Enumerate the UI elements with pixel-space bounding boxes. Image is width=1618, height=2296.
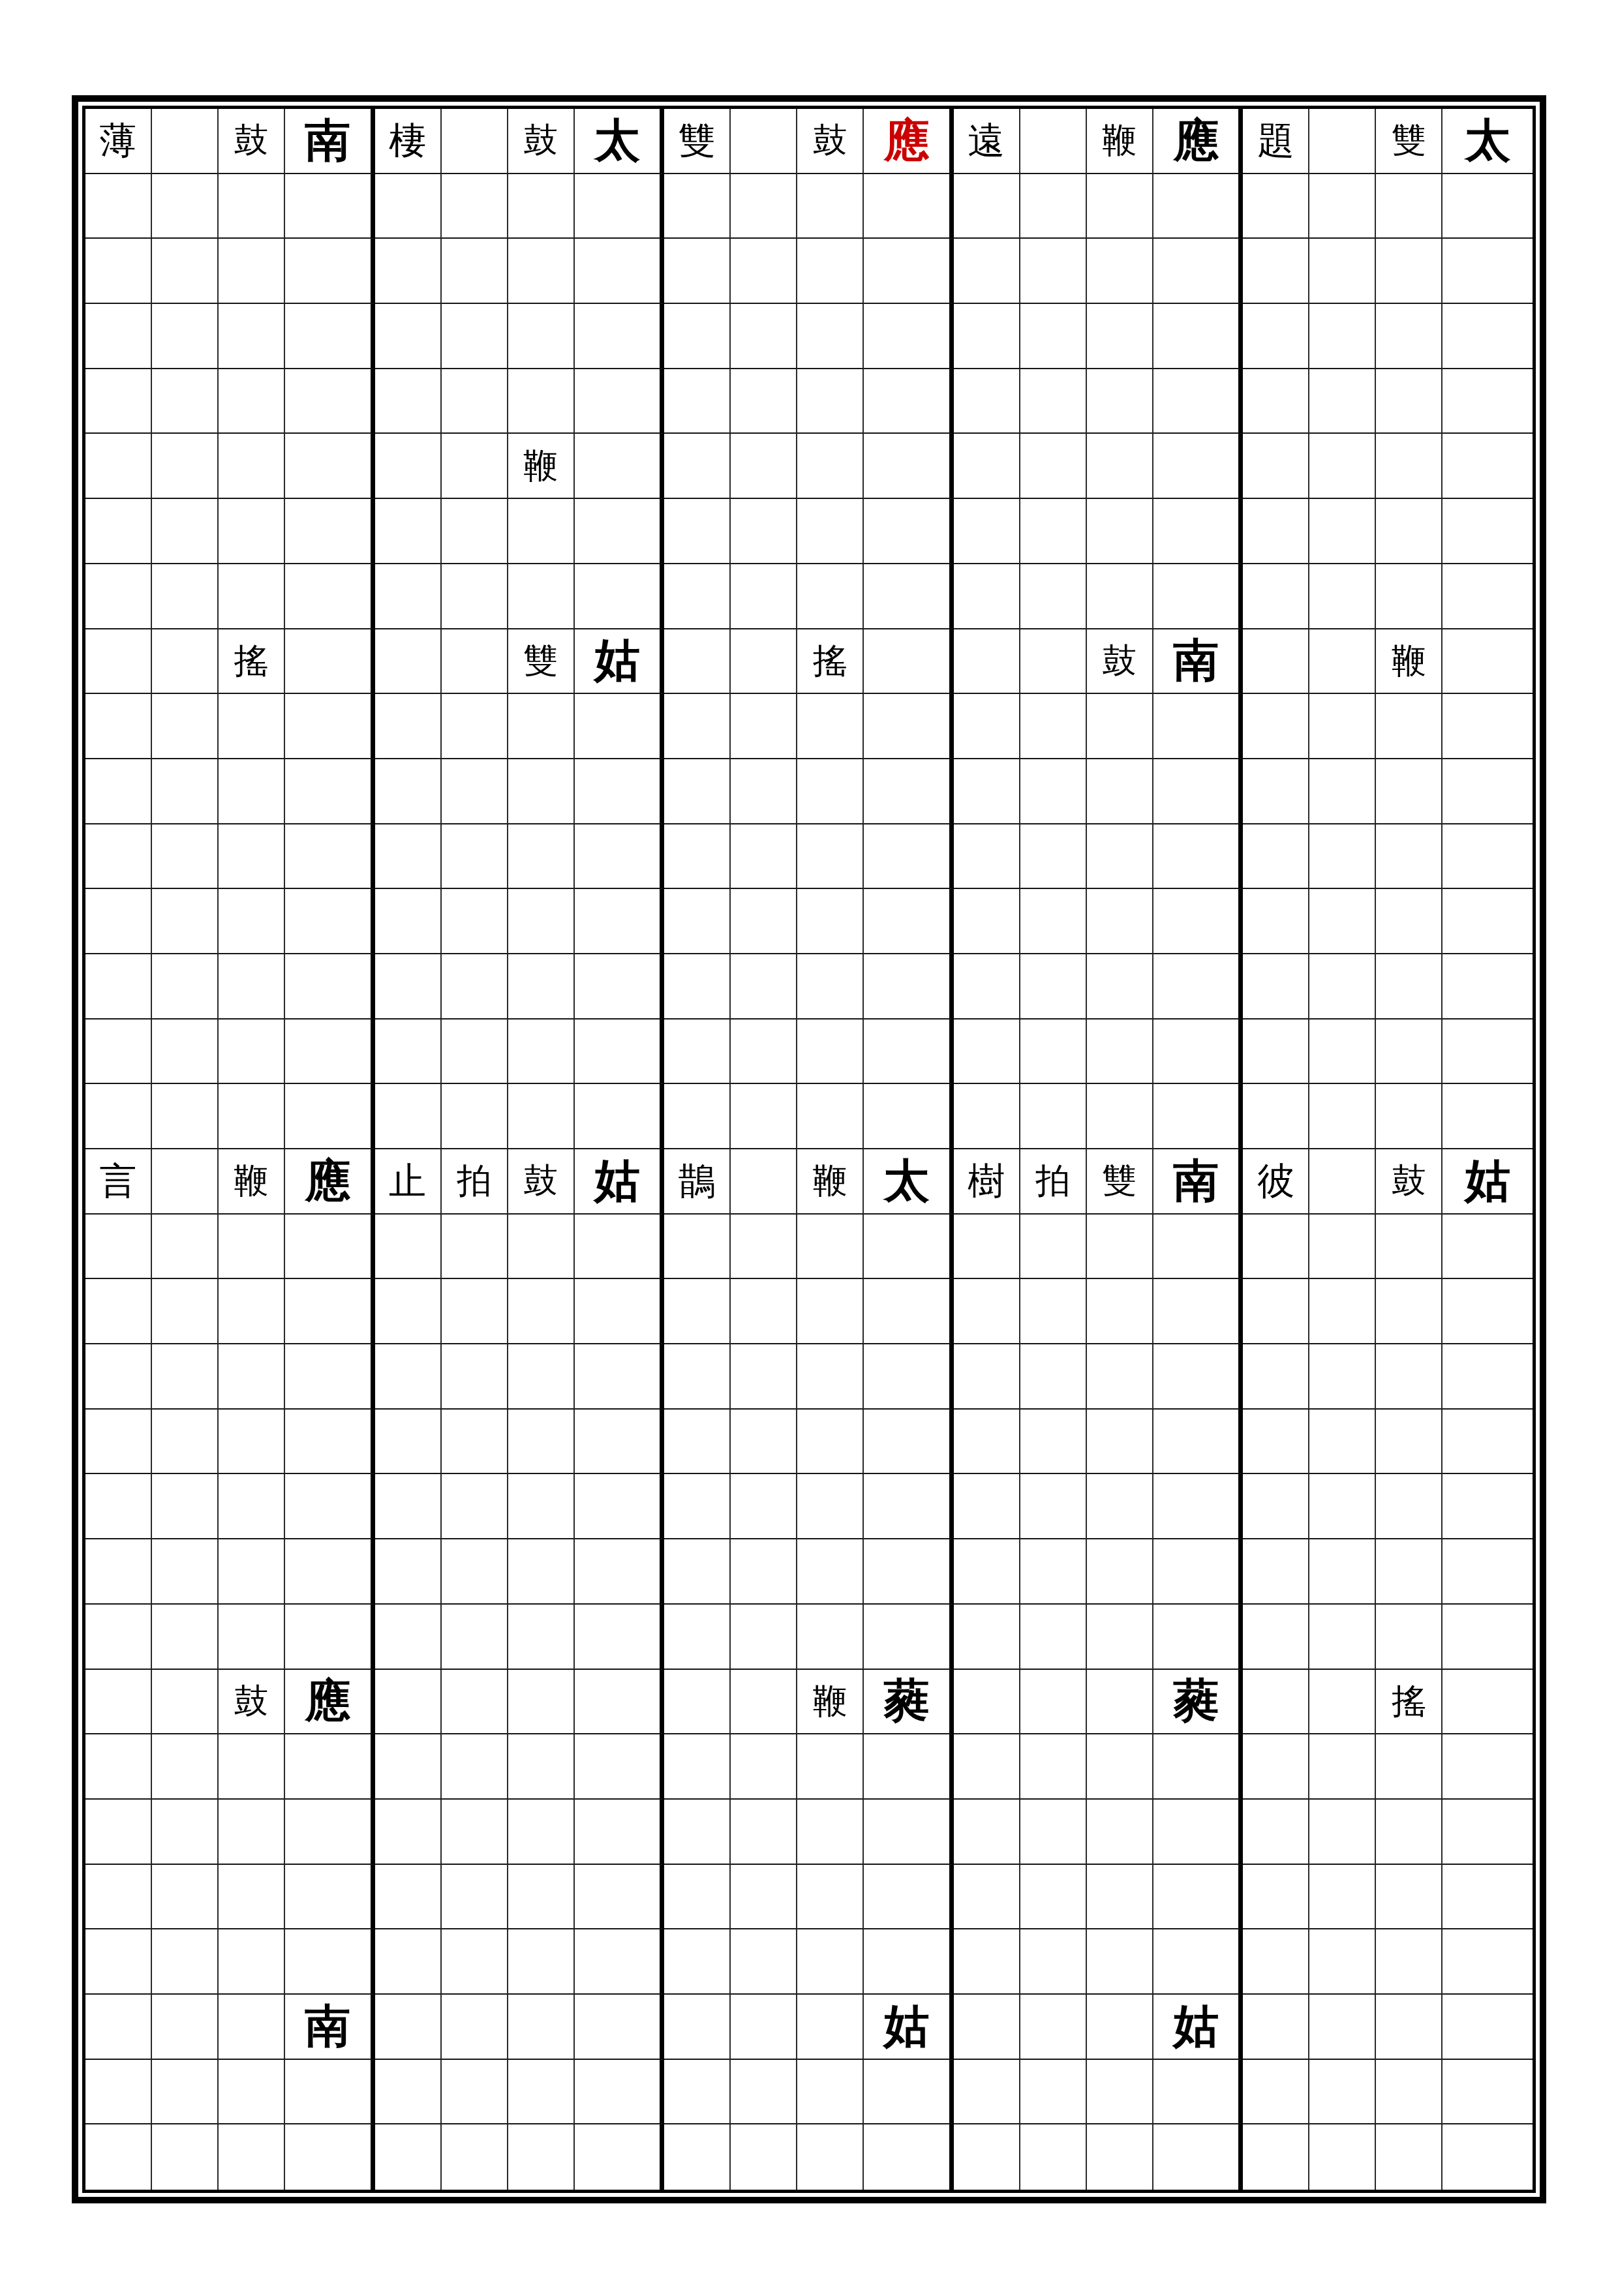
score-cell-r5-D1 — [954, 369, 1020, 434]
score-cell-r30-E3 — [1376, 1995, 1442, 2060]
score-cell-r25-A1 — [85, 1670, 152, 1735]
score-cell-r7-C3 — [797, 499, 864, 564]
score-cell-r3-E3 — [1376, 239, 1442, 304]
score-cell-r24-E2 — [1309, 1605, 1376, 1670]
score-cell-r15-E1 — [1243, 1020, 1309, 1085]
score-cell-r15-C4 — [864, 1020, 954, 1085]
score-cell-r7-D1 — [954, 499, 1020, 564]
score-cell-r5-C3 — [797, 369, 864, 434]
score-cell-r6-C1 — [664, 434, 731, 499]
score-cell-r8-B2 — [442, 564, 508, 629]
score-cell-r15-E4 — [1442, 1020, 1533, 1085]
score-cell-r28-C4 — [864, 1865, 954, 1930]
score-cell-r1-A2 — [152, 109, 219, 174]
score-cell-r13-D2 — [1020, 889, 1087, 954]
score-cell-r13-B2 — [442, 889, 508, 954]
score-cell-r22-E2 — [1309, 1474, 1376, 1539]
score-cell-r30-B4 — [575, 1995, 665, 2060]
score-cell-r30-A3 — [219, 1995, 285, 2060]
score-cell-r20-C4 — [864, 1344, 954, 1410]
score-cell-r4-A1 — [85, 304, 152, 369]
score-cell-r3-E4 — [1442, 239, 1533, 304]
score-cell-r8-E2 — [1309, 564, 1376, 629]
score-cell-r11-E1 — [1243, 759, 1309, 824]
score-cell-r19-E1 — [1243, 1279, 1309, 1344]
score-cell-r30-A4: 南 — [285, 1995, 375, 2060]
lyric-char-r1-D1: 遠 — [968, 122, 1005, 159]
score-cell-r26-B3 — [508, 1734, 575, 1800]
score-cell-r20-B4 — [575, 1344, 665, 1410]
score-cell-r18-C2 — [731, 1215, 797, 1280]
score-cell-r15-D4 — [1153, 1020, 1244, 1085]
score-cell-r3-B1 — [375, 239, 442, 304]
score-cell-r16-C1 — [664, 1084, 731, 1149]
percussion-mark-r17-A3: 鞭 — [234, 1164, 269, 1198]
score-cell-r30-D1 — [954, 1995, 1020, 2060]
score-cell-r3-E2 — [1309, 239, 1376, 304]
score-cell-r22-A1 — [85, 1474, 152, 1539]
score-cell-r8-C4 — [864, 564, 954, 629]
score-cell-r25-E4 — [1442, 1670, 1533, 1735]
pitch-name-r17-B4: 姑 — [594, 1158, 640, 1204]
score-cell-r16-D4 — [1153, 1084, 1244, 1149]
score-cell-r32-E4 — [1442, 2124, 1533, 2190]
score-cell-r26-C2 — [731, 1734, 797, 1800]
score-cell-r17-B4: 姑 — [575, 1149, 665, 1215]
score-cell-r1-E3: 雙 — [1376, 109, 1442, 174]
score-cell-r32-C4 — [864, 2124, 954, 2190]
score-cell-r27-E3 — [1376, 1800, 1442, 1865]
score-cell-r27-A2 — [152, 1800, 219, 1865]
pitch-name-r25-C4: 蕤 — [884, 1678, 930, 1724]
score-cell-r32-C3 — [797, 2124, 864, 2190]
score-cell-r1-B3: 鼓 — [508, 109, 575, 174]
score-cell-r1-D1: 遠 — [954, 109, 1020, 174]
score-cell-r11-A2 — [152, 759, 219, 824]
score-cell-r27-C3 — [797, 1800, 864, 1865]
score-cell-r28-B4 — [575, 1865, 665, 1930]
score-cell-r16-C2 — [731, 1084, 797, 1149]
score-cell-r32-A1 — [85, 2124, 152, 2190]
score-cell-r22-B1 — [375, 1474, 442, 1539]
score-cell-r5-B1 — [375, 369, 442, 434]
score-cell-r4-D2 — [1020, 304, 1087, 369]
score-cell-r27-B2 — [442, 1800, 508, 1865]
score-cell-r5-E1 — [1243, 369, 1309, 434]
score-cell-r11-B3 — [508, 759, 575, 824]
score-cell-r26-A4 — [285, 1734, 375, 1800]
score-cell-r12-B4 — [575, 824, 665, 890]
score-cell-r20-A1 — [85, 1344, 152, 1410]
score-cell-r23-C1 — [664, 1539, 731, 1605]
percussion-mark-r9-D3: 鼓 — [1102, 644, 1137, 678]
score-cell-r3-D2 — [1020, 239, 1087, 304]
score-cell-r15-A1 — [85, 1020, 152, 1085]
score-cell-r30-B1 — [375, 1995, 442, 2060]
score-cell-r26-C3 — [797, 1734, 864, 1800]
score-cell-r28-B3 — [508, 1865, 575, 1930]
pitch-name-r17-E4: 姑 — [1465, 1158, 1510, 1204]
score-cell-r29-C1 — [664, 1929, 731, 1995]
score-cell-r6-B4 — [575, 434, 665, 499]
percussion-mark-r1-B3: 鼓 — [523, 123, 558, 158]
score-cell-r4-B3 — [508, 304, 575, 369]
score-cell-r10-C3 — [797, 694, 864, 759]
score-cell-r14-E2 — [1309, 954, 1376, 1020]
score-cell-r7-B1 — [375, 499, 442, 564]
score-cell-r32-A4 — [285, 2124, 375, 2190]
score-cell-r31-E4 — [1442, 2060, 1533, 2125]
score-cell-r24-C3 — [797, 1605, 864, 1670]
score-cell-r10-C4 — [864, 694, 954, 759]
score-cell-r5-C1 — [664, 369, 731, 434]
score-cell-r9-A2 — [152, 629, 219, 695]
score-cell-r4-D1 — [954, 304, 1020, 369]
score-cell-r30-B3 — [508, 1995, 575, 2060]
score-cell-r10-D1 — [954, 694, 1020, 759]
score-cell-r10-D2 — [1020, 694, 1087, 759]
score-cell-r32-B1 — [375, 2124, 442, 2190]
score-cell-r23-D1 — [954, 1539, 1020, 1605]
score-cell-r31-E3 — [1376, 2060, 1442, 2125]
score-cell-r32-A2 — [152, 2124, 219, 2190]
score-cell-r2-D2 — [1020, 174, 1087, 239]
score-cell-r14-C1 — [664, 954, 731, 1020]
percussion-mark-r1-E3: 雙 — [1392, 123, 1426, 158]
score-cell-r4-C2 — [731, 304, 797, 369]
score-cell-r15-A4 — [285, 1020, 375, 1085]
score-cell-r22-A4 — [285, 1474, 375, 1539]
score-cell-r25-D1 — [954, 1670, 1020, 1735]
score-cell-r13-C4 — [864, 889, 954, 954]
score-cell-r2-E1 — [1243, 174, 1309, 239]
score-cell-r8-A2 — [152, 564, 219, 629]
score-cell-r20-D1 — [954, 1344, 1020, 1410]
score-cell-r13-E3 — [1376, 889, 1442, 954]
score-cell-r11-B1 — [375, 759, 442, 824]
score-cell-r23-E4 — [1442, 1539, 1533, 1605]
score-cell-r16-E3 — [1376, 1084, 1442, 1149]
score-cell-r26-E1 — [1243, 1734, 1309, 1800]
score-cell-r21-E3 — [1376, 1410, 1442, 1475]
score-cell-r2-D4 — [1153, 174, 1244, 239]
pitch-name-r9-D4: 南 — [1173, 638, 1219, 684]
score-cell-r24-E1 — [1243, 1605, 1309, 1670]
score-cell-r23-B4 — [575, 1539, 665, 1605]
score-cell-r20-A3 — [219, 1344, 285, 1410]
score-cell-r26-B4 — [575, 1734, 665, 1800]
score-cell-r3-B4 — [575, 239, 665, 304]
score-cell-r25-B2 — [442, 1670, 508, 1735]
score-cell-r6-C4 — [864, 434, 954, 499]
score-cell-r14-B4 — [575, 954, 665, 1020]
score-cell-r29-D2 — [1020, 1929, 1087, 1995]
score-cell-r31-E2 — [1309, 2060, 1376, 2125]
score-cell-r21-B3 — [508, 1410, 575, 1475]
score-cell-r14-D2 — [1020, 954, 1087, 1020]
score-cell-r28-A4 — [285, 1865, 375, 1930]
score-cell-r12-C3 — [797, 824, 864, 890]
score-cell-r21-B1 — [375, 1410, 442, 1475]
score-cell-r23-A1 — [85, 1539, 152, 1605]
score-cell-r20-B1 — [375, 1344, 442, 1410]
score-cell-r6-E4 — [1442, 434, 1533, 499]
score-cell-r1-D3: 鞭 — [1087, 109, 1153, 174]
score-cell-r9-E2 — [1309, 629, 1376, 695]
score-cell-r7-E3 — [1376, 499, 1442, 564]
score-cell-r12-C1 — [664, 824, 731, 890]
score-cell-r4-D3 — [1087, 304, 1153, 369]
score-cell-r2-D1 — [954, 174, 1020, 239]
score-cell-r2-B3 — [508, 174, 575, 239]
score-cell-r21-B2 — [442, 1410, 508, 1475]
score-cell-r18-D4 — [1153, 1215, 1244, 1280]
score-cell-r21-E2 — [1309, 1410, 1376, 1475]
score-cell-r31-D1 — [954, 2060, 1020, 2125]
score-cell-r19-C3 — [797, 1279, 864, 1344]
lyric-char-r17-B1: 止 — [389, 1162, 426, 1200]
score-cell-r25-C2 — [731, 1670, 797, 1735]
score-cell-r15-B1 — [375, 1020, 442, 1085]
score-cell-r29-A1 — [85, 1929, 152, 1995]
score-cell-r12-A3 — [219, 824, 285, 890]
score-cell-r5-A3 — [219, 369, 285, 434]
score-cell-r28-D4 — [1153, 1865, 1244, 1930]
score-cell-r27-E4 — [1442, 1800, 1533, 1865]
score-cell-r12-C4 — [864, 824, 954, 890]
page-inner-frame: 薄鼓南棲鼓太雙鼓應遠鞭應題雙太鞭搖雙姑搖鼓南鞭言鞭應止拍鼓姑鵲鞭太樹拍雙南彼鼓姑… — [82, 106, 1536, 2193]
score-cell-r19-B3 — [508, 1279, 575, 1344]
score-cell-r8-C3 — [797, 564, 864, 629]
score-cell-r1-C2 — [731, 109, 797, 174]
score-cell-r22-B3 — [508, 1474, 575, 1539]
score-grid: 薄鼓南棲鼓太雙鼓應遠鞭應題雙太鞭搖雙姑搖鼓南鞭言鞭應止拍鼓姑鵲鞭太樹拍雙南彼鼓姑… — [85, 109, 1533, 2190]
score-cell-r12-E1 — [1243, 824, 1309, 890]
score-cell-r13-E1 — [1243, 889, 1309, 954]
score-cell-r30-A1 — [85, 1995, 152, 2060]
score-cell-r27-A3 — [219, 1800, 285, 1865]
score-cell-r23-B2 — [442, 1539, 508, 1605]
score-cell-r16-A1 — [85, 1084, 152, 1149]
score-cell-r22-E4 — [1442, 1474, 1533, 1539]
score-cell-r25-B4 — [575, 1670, 665, 1735]
score-cell-r11-B2 — [442, 759, 508, 824]
score-cell-r20-D3 — [1087, 1344, 1153, 1410]
score-cell-r5-E2 — [1309, 369, 1376, 434]
score-cell-r32-D3 — [1087, 2124, 1153, 2190]
score-cell-r1-C4: 應 — [864, 109, 954, 174]
score-cell-r20-D2 — [1020, 1344, 1087, 1410]
score-cell-r11-E4 — [1442, 759, 1533, 824]
score-cell-r32-A3 — [219, 2124, 285, 2190]
score-cell-r10-A2 — [152, 694, 219, 759]
score-cell-r23-D2 — [1020, 1539, 1087, 1605]
score-cell-r6-C3 — [797, 434, 864, 499]
score-cell-r3-C4 — [864, 239, 954, 304]
score-cell-r15-B4 — [575, 1020, 665, 1085]
percussion-mark-r17-C3: 鞭 — [813, 1164, 847, 1198]
score-cell-r31-A3 — [219, 2060, 285, 2125]
score-cell-r17-C1: 鵲 — [664, 1149, 731, 1215]
score-cell-r19-B1 — [375, 1279, 442, 1344]
score-cell-r26-D2 — [1020, 1734, 1087, 1800]
score-cell-r31-A2 — [152, 2060, 219, 2125]
score-cell-r30-B2 — [442, 1995, 508, 2060]
pitch-name-r1-E4: 太 — [1465, 118, 1510, 164]
score-cell-r19-D3 — [1087, 1279, 1153, 1344]
score-cell-r1-A1: 薄 — [85, 109, 152, 174]
score-cell-r24-C2 — [731, 1605, 797, 1670]
score-cell-r20-D4 — [1153, 1344, 1244, 1410]
score-cell-r10-D4 — [1153, 694, 1244, 759]
score-cell-r28-A2 — [152, 1865, 219, 1930]
score-cell-r8-B1 — [375, 564, 442, 629]
percussion-mark-r9-A3: 搖 — [234, 644, 269, 678]
score-cell-r4-B4 — [575, 304, 665, 369]
score-cell-r8-D1 — [954, 564, 1020, 629]
score-cell-r26-A3 — [219, 1734, 285, 1800]
score-cell-r23-E2 — [1309, 1539, 1376, 1605]
score-cell-r17-A2 — [152, 1149, 219, 1215]
score-cell-r20-E3 — [1376, 1344, 1442, 1410]
score-cell-r6-C2 — [731, 434, 797, 499]
score-cell-r5-C2 — [731, 369, 797, 434]
score-cell-r19-B2 — [442, 1279, 508, 1344]
score-cell-r22-E1 — [1243, 1474, 1309, 1539]
score-cell-r7-C1 — [664, 499, 731, 564]
score-cell-r28-A1 — [85, 1865, 152, 1930]
score-cell-r21-E4 — [1442, 1410, 1533, 1475]
score-cell-r26-E2 — [1309, 1734, 1376, 1800]
score-cell-r28-E1 — [1243, 1865, 1309, 1930]
score-cell-r7-C2 — [731, 499, 797, 564]
score-cell-r15-E2 — [1309, 1020, 1376, 1085]
score-cell-r10-C2 — [731, 694, 797, 759]
score-cell-r3-D1 — [954, 239, 1020, 304]
score-cell-r27-D2 — [1020, 1800, 1087, 1865]
score-cell-r18-D1 — [954, 1215, 1020, 1280]
score-cell-r31-D4 — [1153, 2060, 1244, 2125]
score-cell-r12-E4 — [1442, 824, 1533, 890]
score-cell-r14-C2 — [731, 954, 797, 1020]
score-cell-r19-E2 — [1309, 1279, 1376, 1344]
score-cell-r31-B2 — [442, 2060, 508, 2125]
score-cell-r13-D3 — [1087, 889, 1153, 954]
score-cell-r11-E2 — [1309, 759, 1376, 824]
score-cell-r2-E4 — [1442, 174, 1533, 239]
score-cell-r10-A1 — [85, 694, 152, 759]
score-cell-r24-A2 — [152, 1605, 219, 1670]
score-cell-r22-B2 — [442, 1474, 508, 1539]
score-cell-r23-C2 — [731, 1539, 797, 1605]
score-cell-r6-D1 — [954, 434, 1020, 499]
score-cell-r32-E3 — [1376, 2124, 1442, 2190]
score-cell-r13-A2 — [152, 889, 219, 954]
score-cell-r6-E1 — [1243, 434, 1309, 499]
pitch-name-r25-A4: 應 — [305, 1678, 350, 1724]
score-cell-r5-B2 — [442, 369, 508, 434]
score-cell-r2-E3 — [1376, 174, 1442, 239]
score-cell-r4-A2 — [152, 304, 219, 369]
score-cell-r30-E1 — [1243, 1995, 1309, 2060]
score-cell-r27-D3 — [1087, 1800, 1153, 1865]
score-cell-r10-A4 — [285, 694, 375, 759]
score-cell-r21-E1 — [1243, 1410, 1309, 1475]
score-cell-r11-C3 — [797, 759, 864, 824]
score-cell-r12-B2 — [442, 824, 508, 890]
score-cell-r5-A4 — [285, 369, 375, 434]
score-cell-r17-E3: 鼓 — [1376, 1149, 1442, 1215]
score-cell-r24-A1 — [85, 1605, 152, 1670]
score-cell-r17-D3: 雙 — [1087, 1149, 1153, 1215]
score-cell-r29-C2 — [731, 1929, 797, 1995]
score-cell-r18-D2 — [1020, 1215, 1087, 1280]
score-cell-r31-D2 — [1020, 2060, 1087, 2125]
score-cell-r25-B3 — [508, 1670, 575, 1735]
percussion-mark-r1-A3: 鼓 — [234, 123, 269, 158]
score-cell-r5-D3 — [1087, 369, 1153, 434]
percussion-mark-r9-E3: 鞭 — [1392, 644, 1426, 678]
score-cell-r31-B1 — [375, 2060, 442, 2125]
score-cell-r5-E3 — [1376, 369, 1442, 434]
score-cell-r26-D3 — [1087, 1734, 1153, 1800]
score-cell-r9-B3: 雙 — [508, 629, 575, 695]
score-cell-r8-C1 — [664, 564, 731, 629]
score-cell-r9-E1 — [1243, 629, 1309, 695]
score-cell-r29-E3 — [1376, 1929, 1442, 1995]
score-cell-r13-A1 — [85, 889, 152, 954]
score-cell-r29-E4 — [1442, 1929, 1533, 1995]
score-cell-r5-B3 — [508, 369, 575, 434]
score-cell-r17-D2: 拍 — [1020, 1149, 1087, 1215]
score-cell-r19-E3 — [1376, 1279, 1442, 1344]
score-cell-r9-A4 — [285, 629, 375, 695]
score-cell-r6-A1 — [85, 434, 152, 499]
score-cell-r21-C3 — [797, 1410, 864, 1475]
score-cell-r5-E4 — [1442, 369, 1533, 434]
score-cell-r7-B3 — [508, 499, 575, 564]
score-cell-r23-D3 — [1087, 1539, 1153, 1605]
score-cell-r8-E1 — [1243, 564, 1309, 629]
score-cell-r16-D2 — [1020, 1084, 1087, 1149]
score-cell-r29-A2 — [152, 1929, 219, 1995]
score-cell-r10-D3 — [1087, 694, 1153, 759]
score-cell-r9-B1 — [375, 629, 442, 695]
score-cell-r8-A3 — [219, 564, 285, 629]
score-cell-r16-E2 — [1309, 1084, 1376, 1149]
score-cell-r1-D2 — [1020, 109, 1087, 174]
score-cell-r27-D4 — [1153, 1800, 1244, 1865]
score-cell-r23-D4 — [1153, 1539, 1244, 1605]
score-cell-r25-C3: 鞭 — [797, 1670, 864, 1735]
score-cell-r24-A3 — [219, 1605, 285, 1670]
score-cell-r32-D1 — [954, 2124, 1020, 2190]
score-cell-r9-A1 — [85, 629, 152, 695]
score-cell-r21-A4 — [285, 1410, 375, 1475]
score-cell-r21-D4 — [1153, 1410, 1244, 1475]
score-cell-r12-D3 — [1087, 824, 1153, 890]
score-cell-r3-C2 — [731, 239, 797, 304]
score-cell-r14-E4 — [1442, 954, 1533, 1020]
score-cell-r14-A4 — [285, 954, 375, 1020]
score-cell-r10-C1 — [664, 694, 731, 759]
score-cell-r2-A3 — [219, 174, 285, 239]
score-cell-r27-B4 — [575, 1800, 665, 1865]
score-cell-r23-C3 — [797, 1539, 864, 1605]
score-cell-r3-A2 — [152, 239, 219, 304]
score-cell-r29-A3 — [219, 1929, 285, 1995]
score-cell-r8-A4 — [285, 564, 375, 629]
